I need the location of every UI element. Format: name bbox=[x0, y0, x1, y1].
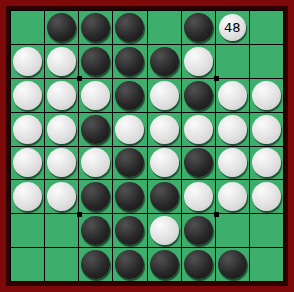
disc-black bbox=[115, 216, 144, 245]
cell-a2[interactable] bbox=[11, 45, 44, 78]
cell-f1[interactable] bbox=[182, 11, 215, 44]
disc-white bbox=[150, 81, 179, 110]
cell-e3[interactable] bbox=[148, 79, 181, 112]
cell-h7[interactable] bbox=[250, 214, 283, 247]
disc-black bbox=[81, 250, 110, 279]
cell-e1[interactable] bbox=[148, 11, 181, 44]
cell-h4[interactable] bbox=[250, 113, 283, 146]
cell-d4[interactable] bbox=[113, 113, 146, 146]
disc-white bbox=[81, 81, 110, 110]
disc-white bbox=[252, 148, 281, 177]
disc-white bbox=[47, 182, 76, 211]
disc-white bbox=[252, 81, 281, 110]
cell-b2[interactable] bbox=[45, 45, 78, 78]
cell-g6[interactable] bbox=[216, 180, 249, 213]
star-dot bbox=[77, 76, 82, 81]
disc-black bbox=[184, 148, 213, 177]
cell-f3[interactable] bbox=[182, 79, 215, 112]
cell-c1[interactable] bbox=[79, 11, 112, 44]
disc-black bbox=[115, 13, 144, 42]
disc-white bbox=[47, 148, 76, 177]
cell-a6[interactable] bbox=[11, 180, 44, 213]
disc-white bbox=[115, 115, 144, 144]
cell-b4[interactable] bbox=[45, 113, 78, 146]
disc-white bbox=[150, 148, 179, 177]
cell-f2[interactable] bbox=[182, 45, 215, 78]
board-frame: 48 bbox=[0, 0, 294, 292]
star-dot bbox=[77, 212, 82, 217]
cell-f7[interactable] bbox=[182, 214, 215, 247]
disc-black bbox=[115, 81, 144, 110]
disc-white bbox=[47, 115, 76, 144]
star-dot bbox=[214, 212, 219, 217]
disc-white bbox=[184, 47, 213, 76]
cell-d6[interactable] bbox=[113, 180, 146, 213]
disc-white bbox=[81, 148, 110, 177]
cell-d5[interactable] bbox=[113, 147, 146, 180]
cell-g3[interactable] bbox=[216, 79, 249, 112]
disc-white bbox=[218, 182, 247, 211]
cell-g5[interactable] bbox=[216, 147, 249, 180]
cell-c8[interactable] bbox=[79, 248, 112, 281]
cell-e5[interactable] bbox=[148, 147, 181, 180]
disc-black bbox=[150, 182, 179, 211]
disc-black bbox=[150, 250, 179, 279]
disc-black bbox=[115, 250, 144, 279]
othello-board[interactable]: 48 bbox=[10, 10, 284, 282]
disc-white bbox=[184, 182, 213, 211]
disc-white bbox=[252, 182, 281, 211]
cell-f4[interactable] bbox=[182, 113, 215, 146]
disc-black bbox=[184, 250, 213, 279]
cell-h5[interactable] bbox=[250, 147, 283, 180]
disc-black bbox=[218, 250, 247, 279]
cell-e8[interactable] bbox=[148, 248, 181, 281]
cell-b7[interactable] bbox=[45, 214, 78, 247]
cell-h1[interactable] bbox=[250, 11, 283, 44]
cell-g8[interactable] bbox=[216, 248, 249, 281]
last-move-disc: 48 bbox=[219, 14, 246, 41]
cell-e2[interactable] bbox=[148, 45, 181, 78]
cell-b1[interactable] bbox=[45, 11, 78, 44]
disc-black bbox=[81, 182, 110, 211]
cell-a8[interactable] bbox=[11, 248, 44, 281]
disc-black bbox=[115, 182, 144, 211]
cell-a3[interactable] bbox=[11, 79, 44, 112]
disc-white bbox=[184, 115, 213, 144]
cell-h3[interactable] bbox=[250, 79, 283, 112]
cell-d3[interactable] bbox=[113, 79, 146, 112]
cell-d1[interactable] bbox=[113, 11, 146, 44]
disc-white bbox=[13, 47, 42, 76]
cell-f5[interactable] bbox=[182, 147, 215, 180]
cell-g1[interactable]: 48 bbox=[216, 11, 249, 44]
disc-black bbox=[184, 13, 213, 42]
last-move-number: 48 bbox=[224, 21, 241, 34]
disc-black bbox=[184, 216, 213, 245]
cell-a5[interactable] bbox=[11, 147, 44, 180]
disc-black bbox=[81, 13, 110, 42]
cell-e6[interactable] bbox=[148, 180, 181, 213]
disc-white bbox=[13, 148, 42, 177]
disc-black bbox=[150, 47, 179, 76]
disc-white bbox=[150, 115, 179, 144]
cell-h2[interactable] bbox=[250, 45, 283, 78]
disc-white bbox=[13, 81, 42, 110]
cell-g4[interactable] bbox=[216, 113, 249, 146]
cell-b3[interactable] bbox=[45, 79, 78, 112]
disc-white bbox=[13, 182, 42, 211]
disc-white bbox=[47, 81, 76, 110]
cell-c7[interactable] bbox=[79, 214, 112, 247]
cell-b6[interactable] bbox=[45, 180, 78, 213]
disc-black bbox=[115, 148, 144, 177]
disc-black bbox=[115, 47, 144, 76]
cell-e7[interactable] bbox=[148, 214, 181, 247]
cell-c5[interactable] bbox=[79, 147, 112, 180]
cell-b8[interactable] bbox=[45, 248, 78, 281]
disc-white bbox=[47, 47, 76, 76]
cell-g2[interactable] bbox=[216, 45, 249, 78]
cell-d7[interactable] bbox=[113, 214, 146, 247]
cell-a4[interactable] bbox=[11, 113, 44, 146]
cell-c2[interactable] bbox=[79, 45, 112, 78]
cell-h8[interactable] bbox=[250, 248, 283, 281]
disc-black bbox=[81, 216, 110, 245]
star-dot bbox=[214, 76, 219, 81]
disc-white bbox=[218, 115, 247, 144]
disc-white bbox=[252, 115, 281, 144]
disc-black bbox=[81, 115, 110, 144]
disc-white bbox=[218, 81, 247, 110]
frame-bevel: 48 bbox=[6, 6, 288, 286]
cell-d8[interactable] bbox=[113, 248, 146, 281]
cell-a7[interactable] bbox=[11, 214, 44, 247]
cell-e4[interactable] bbox=[148, 113, 181, 146]
cell-f8[interactable] bbox=[182, 248, 215, 281]
cell-c4[interactable] bbox=[79, 113, 112, 146]
disc-white bbox=[218, 148, 247, 177]
disc-white bbox=[150, 216, 179, 245]
cell-h6[interactable] bbox=[250, 180, 283, 213]
cell-d2[interactable] bbox=[113, 45, 146, 78]
cell-b5[interactable] bbox=[45, 147, 78, 180]
cell-f6[interactable] bbox=[182, 180, 215, 213]
cell-g7[interactable] bbox=[216, 214, 249, 247]
disc-white bbox=[13, 115, 42, 144]
disc-black bbox=[81, 47, 110, 76]
cell-a1[interactable] bbox=[11, 11, 44, 44]
disc-black bbox=[47, 13, 76, 42]
disc-black bbox=[184, 81, 213, 110]
cell-c3[interactable] bbox=[79, 79, 112, 112]
cell-c6[interactable] bbox=[79, 180, 112, 213]
